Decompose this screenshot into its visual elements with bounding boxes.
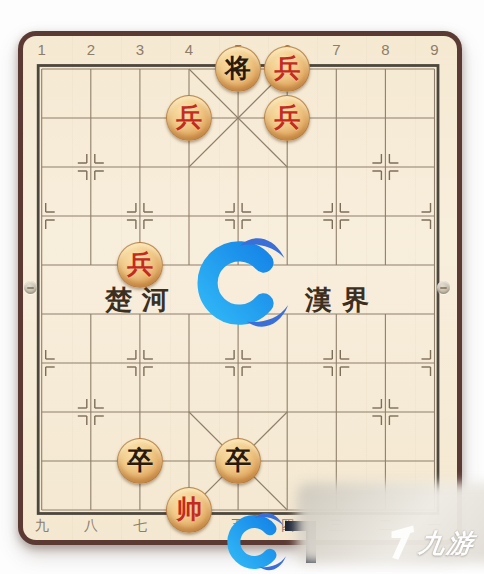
file-label-top-8: 8: [370, 42, 400, 58]
file-label-bottom-7: 二: [370, 517, 400, 533]
screw-icon: [437, 281, 450, 294]
river-label-han-jie: 漢界: [305, 282, 379, 318]
piece-glyph: 卒: [225, 447, 251, 473]
piece-red-soldier[interactable]: 兵: [264, 95, 310, 141]
piece-red-soldier[interactable]: 兵: [117, 242, 163, 288]
piece-glyph: 将: [225, 55, 251, 81]
piece-glyph: 帅: [176, 496, 202, 522]
xiangqi-board[interactable]: 123456789 九八七六五四三二一 楚河 漢界 将兵兵兵兵卒卒帅: [18, 31, 462, 545]
board-surface[interactable]: 123456789 九八七六五四三二一 楚河 漢界 将兵兵兵兵卒卒帅: [23, 36, 457, 540]
file-label-top-1: 1: [27, 42, 57, 58]
file-label-bottom-6: 三: [321, 517, 351, 533]
piece-glyph: 兵: [176, 104, 202, 130]
screw-icon: [24, 281, 37, 294]
piece-glyph: 兵: [274, 104, 300, 130]
file-label-bottom-8: 一: [420, 517, 450, 533]
file-label-bottom-4: 五: [223, 517, 253, 533]
screenshot-stage: 123456789 九八七六五四三二一 楚河 漢界 将兵兵兵兵卒卒帅: [0, 0, 484, 574]
file-label-top-9: 9: [420, 42, 450, 58]
piece-black-general[interactable]: 将: [215, 46, 261, 92]
piece-glyph: 兵: [274, 55, 300, 81]
file-label-top-2: 2: [76, 42, 106, 58]
piece-glyph: 兵: [127, 251, 153, 277]
file-label-bottom-5: 四: [272, 517, 302, 533]
piece-black-soldier[interactable]: 卒: [117, 438, 163, 484]
file-label-bottom-2: 七: [125, 517, 155, 533]
piece-red-soldier[interactable]: 兵: [264, 46, 310, 92]
file-label-bottom-1: 八: [76, 517, 106, 533]
file-label-top-7: 7: [321, 42, 351, 58]
file-label-bottom-0: 九: [27, 517, 57, 533]
piece-red-general[interactable]: 帅: [166, 487, 212, 533]
piece-red-soldier[interactable]: 兵: [166, 95, 212, 141]
piece-glyph: 卒: [127, 447, 153, 473]
file-label-top-3: 3: [125, 42, 155, 58]
file-label-top-4: 4: [174, 42, 204, 58]
piece-black-soldier[interactable]: 卒: [215, 438, 261, 484]
